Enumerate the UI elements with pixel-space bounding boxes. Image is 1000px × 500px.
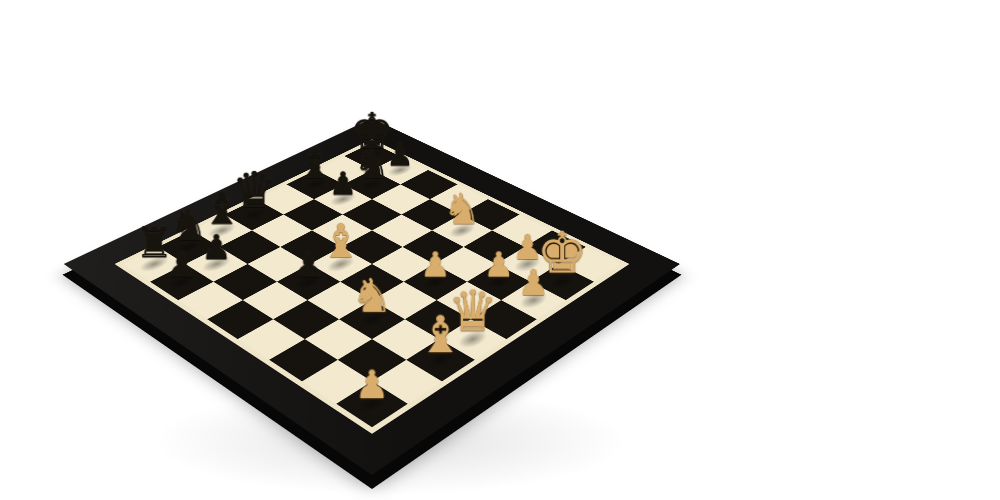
black-pawn-icon: ♟ xyxy=(149,217,214,282)
square-a4 xyxy=(238,319,305,360)
square-b4 xyxy=(273,300,339,339)
white-pawn-icon: ♟ xyxy=(500,234,566,300)
black-pawn-icon: ♟ xyxy=(276,217,341,282)
square-a5 xyxy=(207,300,273,339)
white-bishop-icon: ♝ xyxy=(405,289,475,359)
chess-board: ♜♞♝♛♝♚♟♟♟♞♟♟♝♞♞♟♟♟♟♝♛♟♚ xyxy=(64,118,681,475)
white-pawn-icon: ♟ xyxy=(335,330,408,403)
white-knight-icon: ♞ xyxy=(338,252,406,320)
square-b5 xyxy=(243,282,308,320)
square-a3 xyxy=(269,339,338,381)
chess-scene: ♜♞♝♛♝♚♟♟♟♞♟♟♝♞♞♟♟♟♟♝♛♟♚ xyxy=(154,46,590,482)
